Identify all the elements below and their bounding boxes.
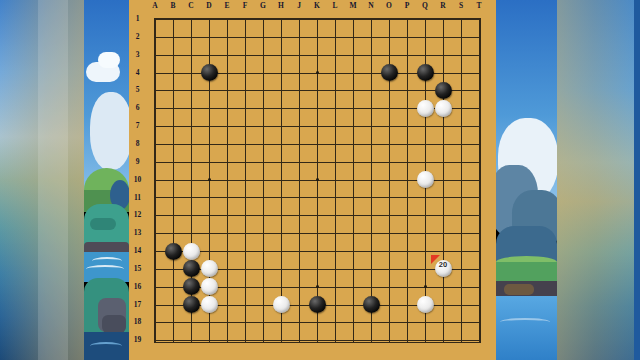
white-stone-Q6 xyxy=(417,100,434,117)
col-label-E: E xyxy=(218,0,236,12)
white-stone-R15: 20 xyxy=(435,260,452,277)
col-label-C: C xyxy=(182,0,200,12)
water-ripple xyxy=(92,257,122,265)
black-stone-R5 xyxy=(435,82,452,99)
cloud-icon xyxy=(98,52,120,68)
black-stone-C17 xyxy=(183,296,200,313)
col-label-K: K xyxy=(308,0,326,12)
water-band xyxy=(496,296,557,360)
left-scenery xyxy=(84,0,129,360)
go-board[interactable]: ABCDEFGHJKLMNOPQRST 12345678910111213141… xyxy=(129,0,496,360)
black-stone-K17 xyxy=(309,296,326,313)
left-glass-band xyxy=(38,0,68,360)
col-label-Q: Q xyxy=(416,0,434,12)
move-number-label: 20 xyxy=(435,260,452,277)
rock-brown xyxy=(504,284,534,295)
water-ripple xyxy=(500,318,550,326)
left-blur-panel xyxy=(0,0,84,360)
row-label-5: 5 xyxy=(129,85,146,95)
white-stone-Q17 xyxy=(417,296,434,313)
col-label-D: D xyxy=(200,0,218,12)
row-label-3: 3 xyxy=(129,50,146,60)
black-stone-N17 xyxy=(363,296,380,313)
row-label-7: 7 xyxy=(129,121,146,131)
row-label-10: 10 xyxy=(129,175,146,185)
row-label-17: 17 xyxy=(129,300,146,310)
star-point-D10 xyxy=(208,178,211,181)
row-label-15: 15 xyxy=(129,264,146,274)
row-label-6: 6 xyxy=(129,103,146,113)
right-edge-strip xyxy=(634,0,640,360)
col-label-J: J xyxy=(290,0,308,12)
row-label-12: 12 xyxy=(129,210,146,220)
col-label-B: B xyxy=(164,0,182,12)
black-stone-O4 xyxy=(381,64,398,81)
col-label-N: N xyxy=(362,0,380,12)
black-stone-B14 xyxy=(165,243,182,260)
row-label-8: 8 xyxy=(129,139,146,149)
black-stone-C15 xyxy=(183,260,200,277)
water-ripple xyxy=(90,342,122,350)
game-screen: ABCDEFGHJKLMNOPQRST 12345678910111213141… xyxy=(0,0,640,360)
black-stone-C16 xyxy=(183,278,200,295)
col-label-P: P xyxy=(398,0,416,12)
col-label-H: H xyxy=(272,0,290,12)
right-blur-panel xyxy=(557,0,640,360)
col-label-M: M xyxy=(344,0,362,12)
row-label-9: 9 xyxy=(129,157,146,167)
star-point-Q16 xyxy=(424,285,427,288)
white-stone-H17 xyxy=(273,296,290,313)
white-stone-Q10 xyxy=(417,171,434,188)
white-stone-C14 xyxy=(183,243,200,260)
row-label-14: 14 xyxy=(129,246,146,256)
right-scenery xyxy=(496,0,557,360)
col-label-T: T xyxy=(470,0,488,12)
col-label-F: F xyxy=(236,0,254,12)
row-label-19: 19 xyxy=(129,335,146,345)
row-label-13: 13 xyxy=(129,228,146,238)
white-stone-D15 xyxy=(201,260,218,277)
row-label-18: 18 xyxy=(129,317,146,327)
col-label-O: O xyxy=(380,0,398,12)
col-label-G: G xyxy=(254,0,272,12)
row-label-16: 16 xyxy=(129,282,146,292)
white-stone-R6 xyxy=(435,100,452,117)
white-stone-D17 xyxy=(201,296,218,313)
teal-bush-shadow xyxy=(90,218,116,230)
col-label-L: L xyxy=(326,0,344,12)
star-point-K10 xyxy=(316,178,319,181)
white-stone-D16 xyxy=(201,278,218,295)
col-label-A: A xyxy=(146,0,164,12)
star-point-K16 xyxy=(316,285,319,288)
row-label-11: 11 xyxy=(129,193,146,203)
row-label-2: 2 xyxy=(129,32,146,42)
cloud-icon xyxy=(90,92,129,170)
star-point-K4 xyxy=(316,71,319,74)
black-stone-D4 xyxy=(201,64,218,81)
black-stone-Q4 xyxy=(417,64,434,81)
rock-shadow xyxy=(102,315,126,333)
row-label-1: 1 xyxy=(129,14,146,24)
col-label-S: S xyxy=(452,0,470,12)
water-ripple xyxy=(86,265,124,273)
row-label-4: 4 xyxy=(129,68,146,78)
col-label-R: R xyxy=(434,0,452,12)
